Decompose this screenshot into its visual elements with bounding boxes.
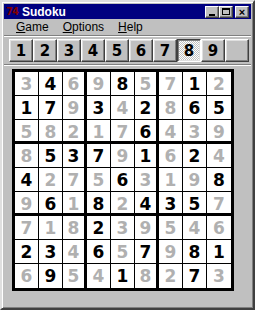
cell-r1c2[interactable]: 4 bbox=[39, 72, 63, 96]
cell-r6c8[interactable]: 5 bbox=[183, 192, 207, 216]
title-bar: 74 Sudoku × bbox=[4, 4, 251, 19]
cell-r9c9[interactable]: 3 bbox=[207, 264, 231, 288]
number-button-8[interactable]: 8 bbox=[177, 39, 201, 62]
cell-r8c4[interactable]: 6 bbox=[87, 240, 111, 264]
cell-r8c7[interactable]: 9 bbox=[159, 240, 183, 264]
cell-r6c1[interactable]: 9 bbox=[15, 192, 39, 216]
cell-r8c9[interactable]: 1 bbox=[207, 240, 231, 264]
sudoku-board: 3469857121793428655821764398537916244275… bbox=[12, 69, 234, 291]
cell-r6c7[interactable]: 3 bbox=[159, 192, 183, 216]
cell-r2c8[interactable]: 6 bbox=[183, 96, 207, 120]
cell-r6c3[interactable]: 1 bbox=[63, 192, 87, 216]
cell-r2c4[interactable]: 3 bbox=[87, 96, 111, 120]
cell-r2c1[interactable]: 1 bbox=[15, 96, 39, 120]
cell-r5c2[interactable]: 2 bbox=[39, 168, 63, 192]
number-button-1[interactable]: 1 bbox=[9, 39, 33, 62]
cell-r4c6[interactable]: 1 bbox=[135, 144, 159, 168]
cell-r5c8[interactable]: 9 bbox=[183, 168, 207, 192]
cell-r1c1[interactable]: 3 bbox=[15, 72, 39, 96]
maximize-button[interactable] bbox=[219, 6, 233, 18]
number-button-2[interactable]: 2 bbox=[33, 39, 57, 62]
cell-r3c8[interactable]: 3 bbox=[183, 120, 207, 144]
cell-r2c9[interactable]: 5 bbox=[207, 96, 231, 120]
app-icon: 74 bbox=[6, 7, 18, 17]
cell-r7c2[interactable]: 1 bbox=[39, 216, 63, 240]
cell-r4c9[interactable]: 4 bbox=[207, 144, 231, 168]
cell-r7c1[interactable]: 7 bbox=[15, 216, 39, 240]
cell-r3c4[interactable]: 1 bbox=[87, 120, 111, 144]
cell-r7c4[interactable]: 2 bbox=[87, 216, 111, 240]
menu-item-game[interactable]: Game bbox=[9, 19, 56, 36]
cell-r3c2[interactable]: 8 bbox=[39, 120, 63, 144]
cell-r9c3[interactable]: 5 bbox=[63, 264, 87, 288]
cell-r4c1[interactable]: 8 bbox=[15, 144, 39, 168]
cell-r7c8[interactable]: 4 bbox=[183, 216, 207, 240]
cell-r8c8[interactable]: 8 bbox=[183, 240, 207, 264]
cell-r9c1[interactable]: 6 bbox=[15, 264, 39, 288]
window-title: Sudoku bbox=[22, 5, 205, 19]
number-button-4[interactable]: 4 bbox=[81, 39, 105, 62]
cell-r3c7[interactable]: 4 bbox=[159, 120, 183, 144]
cell-r5c3[interactable]: 7 bbox=[63, 168, 87, 192]
menu-item-options[interactable]: Options bbox=[56, 19, 111, 36]
menu-bar: Game Options Help bbox=[4, 20, 251, 36]
window-controls: × bbox=[205, 6, 249, 18]
cell-r2c6[interactable]: 2 bbox=[135, 96, 159, 120]
cell-r4c4[interactable]: 7 bbox=[87, 144, 111, 168]
cell-r1c3[interactable]: 6 bbox=[63, 72, 87, 96]
cell-r8c5[interactable]: 5 bbox=[111, 240, 135, 264]
cell-r8c1[interactable]: 2 bbox=[15, 240, 39, 264]
cell-r1c9[interactable]: 2 bbox=[207, 72, 231, 96]
cell-r4c7[interactable]: 6 bbox=[159, 144, 183, 168]
cell-r2c3[interactable]: 9 bbox=[63, 96, 87, 120]
cell-r9c4[interactable]: 4 bbox=[87, 264, 111, 288]
cell-r1c6[interactable]: 5 bbox=[135, 72, 159, 96]
cell-r6c2[interactable]: 6 bbox=[39, 192, 63, 216]
cell-r5c9[interactable]: 8 bbox=[207, 168, 231, 192]
cell-r3c9[interactable]: 9 bbox=[207, 120, 231, 144]
cell-r3c3[interactable]: 2 bbox=[63, 120, 87, 144]
cell-r9c6[interactable]: 8 bbox=[135, 264, 159, 288]
cell-r3c5[interactable]: 7 bbox=[111, 120, 135, 144]
cell-r5c6[interactable]: 3 bbox=[135, 168, 159, 192]
cell-r3c1[interactable]: 5 bbox=[15, 120, 39, 144]
cell-r1c4[interactable]: 9 bbox=[87, 72, 111, 96]
cell-r9c7[interactable]: 2 bbox=[159, 264, 183, 288]
number-button-5[interactable]: 5 bbox=[105, 39, 129, 62]
cell-r1c7[interactable]: 7 bbox=[159, 72, 183, 96]
cell-r1c8[interactable]: 1 bbox=[183, 72, 207, 96]
cell-r5c1[interactable]: 4 bbox=[15, 168, 39, 192]
cell-r1c5[interactable]: 8 bbox=[111, 72, 135, 96]
cell-r9c8[interactable]: 7 bbox=[183, 264, 207, 288]
cell-r2c5[interactable]: 4 bbox=[111, 96, 135, 120]
cell-r2c7[interactable]: 8 bbox=[159, 96, 183, 120]
cell-r8c3[interactable]: 4 bbox=[63, 240, 87, 264]
number-toolbar: 123456789 bbox=[4, 36, 251, 65]
cell-r4c2[interactable]: 5 bbox=[39, 144, 63, 168]
close-icon: × bbox=[239, 7, 245, 17]
number-button-3[interactable]: 3 bbox=[57, 39, 81, 62]
cell-r4c8[interactable]: 2 bbox=[183, 144, 207, 168]
sudoku-window: 74 Sudoku × Game Options Help 123456789 … bbox=[0, 0, 255, 310]
maximize-icon bbox=[222, 8, 230, 15]
cell-r9c5[interactable]: 1 bbox=[111, 264, 135, 288]
cell-r7c3[interactable]: 8 bbox=[63, 216, 87, 240]
cell-r2c2[interactable]: 7 bbox=[39, 96, 63, 120]
cell-r7c7[interactable]: 5 bbox=[159, 216, 183, 240]
minimize-button[interactable] bbox=[205, 6, 219, 18]
minimize-icon bbox=[209, 14, 215, 16]
menu-item-help[interactable]: Help bbox=[111, 19, 150, 36]
number-button-9[interactable]: 9 bbox=[201, 39, 225, 62]
cell-r6c9[interactable]: 7 bbox=[207, 192, 231, 216]
cell-r3c6[interactable]: 6 bbox=[135, 120, 159, 144]
cell-r5c7[interactable]: 1 bbox=[159, 168, 183, 192]
blank-button[interactable] bbox=[225, 39, 249, 62]
cell-r8c2[interactable]: 3 bbox=[39, 240, 63, 264]
cell-r8c6[interactable]: 7 bbox=[135, 240, 159, 264]
cell-r5c4[interactable]: 5 bbox=[87, 168, 111, 192]
cell-r9c2[interactable]: 9 bbox=[39, 264, 63, 288]
cell-r7c5[interactable]: 3 bbox=[111, 216, 135, 240]
number-button-7[interactable]: 7 bbox=[153, 39, 177, 62]
cell-r6c6[interactable]: 4 bbox=[135, 192, 159, 216]
cell-r5c5[interactable]: 6 bbox=[111, 168, 135, 192]
cell-r7c6[interactable]: 9 bbox=[135, 216, 159, 240]
cell-r4c5[interactable]: 9 bbox=[111, 144, 135, 168]
cell-r6c4[interactable]: 8 bbox=[87, 192, 111, 216]
cell-r7c9[interactable]: 6 bbox=[207, 216, 231, 240]
cell-r4c3[interactable]: 3 bbox=[63, 144, 87, 168]
close-button[interactable]: × bbox=[235, 6, 249, 18]
cell-r6c5[interactable]: 2 bbox=[111, 192, 135, 216]
number-button-6[interactable]: 6 bbox=[129, 39, 153, 62]
